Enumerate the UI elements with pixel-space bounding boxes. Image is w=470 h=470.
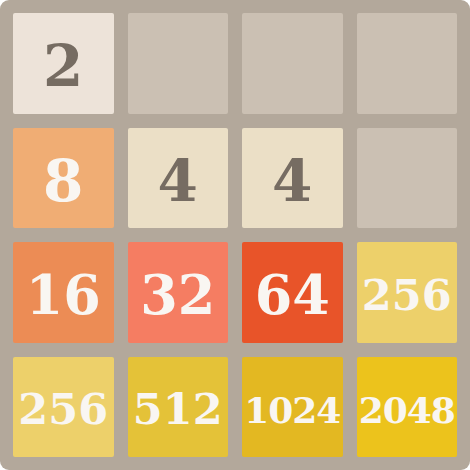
tile-32: 32 — [128, 242, 229, 343]
tile-256: 256 — [13, 357, 114, 458]
tile-4: 4 — [128, 128, 229, 229]
empty-cell — [357, 13, 458, 114]
tile-1024: 1024 — [242, 357, 343, 458]
tile-512: 512 — [128, 357, 229, 458]
tile-2048: 2048 — [357, 357, 458, 458]
empty-cell — [242, 13, 343, 114]
empty-cell — [128, 13, 229, 114]
tile-256: 256 — [357, 242, 458, 343]
tile-64: 64 — [242, 242, 343, 343]
tile-16: 16 — [13, 242, 114, 343]
game-board-2048[interactable]: 284416326425625651210242048 — [0, 0, 470, 470]
tile-4: 4 — [242, 128, 343, 229]
tile-8: 8 — [13, 128, 114, 229]
tile-2: 2 — [13, 13, 114, 114]
empty-cell — [357, 128, 458, 229]
